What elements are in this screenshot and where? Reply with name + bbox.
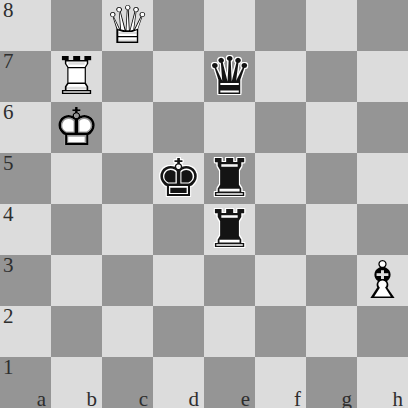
square-g1[interactable]: g [306, 357, 357, 408]
square-g8[interactable] [306, 0, 357, 51]
black-queen-icon: ♛ [206, 51, 253, 102]
square-e2[interactable] [204, 306, 255, 357]
square-h8[interactable] [357, 0, 408, 51]
file-label-g: g [342, 389, 353, 408]
square-b2[interactable] [51, 306, 102, 357]
square-a2[interactable]: 2 [0, 306, 51, 357]
square-h4[interactable] [357, 204, 408, 255]
square-e6[interactable] [204, 102, 255, 153]
square-d6[interactable] [153, 102, 204, 153]
piece-black-rook[interactable]: ♜ [204, 153, 255, 204]
square-b4[interactable] [51, 204, 102, 255]
piece-black-rook[interactable]: ♜ [204, 204, 255, 255]
square-h5[interactable] [357, 153, 408, 204]
square-b3[interactable] [51, 255, 102, 306]
rank-label-6: 6 [3, 101, 14, 123]
white-king-icon-outline: ♔ [53, 102, 100, 153]
square-f3[interactable] [255, 255, 306, 306]
rank-label-8: 8 [3, 0, 14, 21]
file-label-f: f [294, 389, 301, 408]
file-label-c: c [139, 389, 148, 408]
square-f2[interactable] [255, 306, 306, 357]
square-d8[interactable] [153, 0, 204, 51]
rank-label-7: 7 [3, 50, 14, 72]
square-d7[interactable] [153, 51, 204, 102]
square-f7[interactable] [255, 51, 306, 102]
square-g3[interactable] [306, 255, 357, 306]
square-c5[interactable] [102, 153, 153, 204]
square-c2[interactable] [102, 306, 153, 357]
rank-label-1: 1 [3, 356, 14, 378]
square-e4[interactable]: ♜ [204, 204, 255, 255]
square-e1[interactable]: e [204, 357, 255, 408]
file-label-a: a [37, 389, 46, 408]
file-label-h: h [393, 389, 404, 408]
square-h7[interactable] [357, 51, 408, 102]
square-c1[interactable]: c [102, 357, 153, 408]
square-d4[interactable] [153, 204, 204, 255]
square-h6[interactable] [357, 102, 408, 153]
square-f8[interactable] [255, 0, 306, 51]
square-b7[interactable]: ♜♖ [51, 51, 102, 102]
square-g5[interactable] [306, 153, 357, 204]
square-d3[interactable] [153, 255, 204, 306]
square-g4[interactable] [306, 204, 357, 255]
rank-label-3: 3 [3, 254, 14, 276]
square-e5[interactable]: ♜ [204, 153, 255, 204]
square-e7[interactable]: ♛ [204, 51, 255, 102]
square-g6[interactable] [306, 102, 357, 153]
piece-black-queen[interactable]: ♛ [204, 51, 255, 102]
square-a7[interactable]: 7 [0, 51, 51, 102]
square-d2[interactable] [153, 306, 204, 357]
square-e8[interactable] [204, 0, 255, 51]
square-a6[interactable]: 6 [0, 102, 51, 153]
square-c4[interactable] [102, 204, 153, 255]
square-d5[interactable]: ♚ [153, 153, 204, 204]
file-label-b: b [87, 389, 98, 408]
square-b5[interactable] [51, 153, 102, 204]
square-c7[interactable] [102, 51, 153, 102]
white-bishop-icon-outline: ♗ [359, 255, 406, 306]
piece-white-queen[interactable]: ♛♕ [102, 0, 153, 51]
square-c3[interactable] [102, 255, 153, 306]
square-g2[interactable] [306, 306, 357, 357]
black-king-icon: ♚ [155, 153, 202, 204]
square-b8[interactable] [51, 0, 102, 51]
square-h1[interactable]: h [357, 357, 408, 408]
square-h3[interactable]: ♝♗ [357, 255, 408, 306]
file-label-d: d [189, 389, 200, 408]
square-d1[interactable]: d [153, 357, 204, 408]
piece-white-rook[interactable]: ♜♖ [51, 51, 102, 102]
black-rook-icon: ♜ [206, 204, 253, 255]
square-g7[interactable] [306, 51, 357, 102]
square-a3[interactable]: 3 [0, 255, 51, 306]
rank-label-2: 2 [3, 305, 14, 327]
chess-board: 8♛♕7♜♖♛6♚♔5♚♜4♜3♝♗21abcdefgh [0, 0, 408, 408]
square-f5[interactable] [255, 153, 306, 204]
file-label-e: e [241, 389, 250, 408]
rank-label-4: 4 [3, 203, 14, 225]
square-e3[interactable] [204, 255, 255, 306]
square-f1[interactable]: f [255, 357, 306, 408]
piece-white-bishop[interactable]: ♝♗ [357, 255, 408, 306]
white-rook-icon-outline: ♖ [53, 51, 100, 102]
piece-white-king[interactable]: ♚♔ [51, 102, 102, 153]
square-f4[interactable] [255, 204, 306, 255]
square-c6[interactable] [102, 102, 153, 153]
square-a8[interactable]: 8 [0, 0, 51, 51]
black-rook-icon: ♜ [206, 153, 253, 204]
white-queen-icon-outline: ♕ [104, 0, 151, 51]
square-c8[interactable]: ♛♕ [102, 0, 153, 51]
square-h2[interactable] [357, 306, 408, 357]
square-a1[interactable]: 1a [0, 357, 51, 408]
rank-label-5: 5 [3, 152, 14, 174]
square-a5[interactable]: 5 [0, 153, 51, 204]
square-b1[interactable]: b [51, 357, 102, 408]
square-b6[interactable]: ♚♔ [51, 102, 102, 153]
square-f6[interactable] [255, 102, 306, 153]
piece-black-king[interactable]: ♚ [153, 153, 204, 204]
square-a4[interactable]: 4 [0, 204, 51, 255]
